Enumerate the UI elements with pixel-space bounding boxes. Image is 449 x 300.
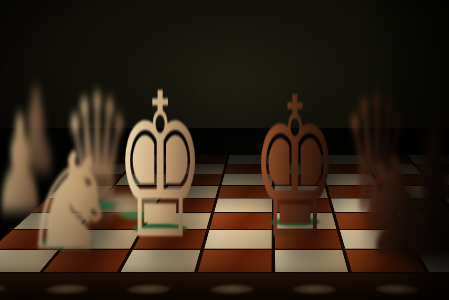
white-king-icon: ♚ xyxy=(115,68,205,268)
black-king-icon: ♚ xyxy=(252,72,339,266)
chess-photo-scene: ♟ ♟ ♛ ♞ ♚ ♚ ♛ ♞ ♟ xyxy=(0,0,449,300)
white-knight-icon: ♞ xyxy=(20,134,120,268)
frame-inlay-marking xyxy=(125,284,171,294)
frame-inlay-marking xyxy=(0,284,9,294)
frame-inlay-marking xyxy=(41,284,90,294)
black-pawn-near-icon: ♟ xyxy=(391,102,449,292)
frame-inlay-marking xyxy=(293,284,336,294)
frame-inlay-marking xyxy=(209,284,252,294)
